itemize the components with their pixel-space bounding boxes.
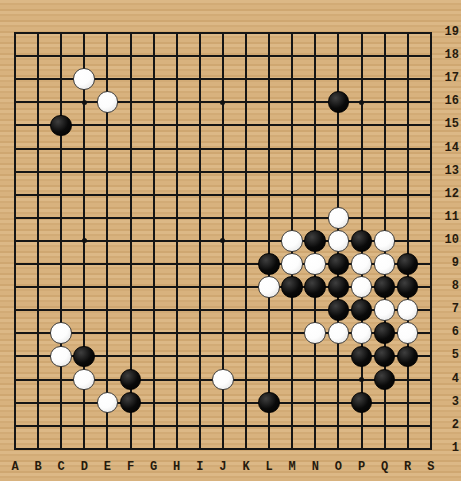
intersection-a5[interactable] (3, 345, 26, 368)
intersection-g12[interactable] (142, 183, 165, 206)
intersection-d4[interactable] (73, 368, 96, 391)
intersection-b14[interactable] (27, 137, 50, 160)
intersection-c11[interactable] (50, 206, 73, 229)
intersection-r13[interactable] (396, 160, 419, 183)
intersection-r16[interactable] (396, 91, 419, 114)
intersection-m19[interactable] (281, 21, 304, 44)
intersection-n13[interactable] (304, 160, 327, 183)
intersection-k14[interactable] (234, 137, 257, 160)
intersection-e8[interactable] (96, 275, 119, 298)
intersection-r17[interactable] (396, 68, 419, 91)
intersection-p13[interactable] (350, 160, 373, 183)
intersection-h3[interactable] (165, 391, 188, 414)
intersection-g14[interactable] (142, 137, 165, 160)
intersection-n19[interactable] (304, 21, 327, 44)
intersection-c18[interactable] (50, 45, 73, 68)
intersection-r3[interactable] (396, 391, 419, 414)
intersection-e9[interactable] (96, 252, 119, 275)
intersection-h12[interactable] (165, 183, 188, 206)
intersection-f11[interactable] (119, 206, 142, 229)
intersection-o4[interactable] (327, 368, 350, 391)
intersection-n1[interactable] (304, 437, 327, 460)
intersection-a1[interactable] (3, 437, 26, 460)
intersection-e17[interactable] (96, 68, 119, 91)
intersection-b3[interactable] (27, 391, 50, 414)
intersection-g9[interactable] (142, 252, 165, 275)
intersection-i6[interactable] (188, 322, 211, 345)
intersection-b6[interactable] (27, 322, 50, 345)
intersection-a3[interactable] (3, 391, 26, 414)
intersection-h7[interactable] (165, 299, 188, 322)
intersection-r7[interactable] (396, 299, 419, 322)
intersection-q2[interactable] (373, 414, 396, 437)
intersection-g2[interactable] (142, 414, 165, 437)
intersection-o17[interactable] (327, 68, 350, 91)
intersection-r15[interactable] (396, 114, 419, 137)
intersection-f2[interactable] (119, 414, 142, 437)
intersection-a8[interactable] (3, 275, 26, 298)
intersection-m17[interactable] (281, 68, 304, 91)
intersection-m18[interactable] (281, 45, 304, 68)
intersection-k6[interactable] (234, 322, 257, 345)
intersection-m4[interactable] (281, 368, 304, 391)
intersection-j4[interactable] (211, 368, 234, 391)
intersection-d16[interactable] (73, 91, 96, 114)
intersection-o19[interactable] (327, 21, 350, 44)
intersection-j17[interactable] (211, 68, 234, 91)
intersection-b4[interactable] (27, 368, 50, 391)
intersection-c15[interactable] (50, 114, 73, 137)
intersection-j8[interactable] (211, 275, 234, 298)
intersection-q10[interactable] (373, 229, 396, 252)
intersection-f17[interactable] (119, 68, 142, 91)
intersection-l1[interactable] (257, 437, 280, 460)
intersection-f8[interactable] (119, 275, 142, 298)
intersection-d19[interactable] (73, 21, 96, 44)
intersection-p7[interactable] (350, 299, 373, 322)
intersection-g17[interactable] (142, 68, 165, 91)
intersection-d1[interactable] (73, 437, 96, 460)
intersection-k9[interactable] (234, 252, 257, 275)
intersection-b19[interactable] (27, 21, 50, 44)
intersection-q1[interactable] (373, 437, 396, 460)
intersection-g19[interactable] (142, 21, 165, 44)
intersection-a6[interactable] (3, 322, 26, 345)
intersection-b2[interactable] (27, 414, 50, 437)
intersection-d12[interactable] (73, 183, 96, 206)
intersection-d2[interactable] (73, 414, 96, 437)
intersection-i10[interactable] (188, 229, 211, 252)
intersection-d6[interactable] (73, 322, 96, 345)
intersection-r2[interactable] (396, 414, 419, 437)
intersection-d13[interactable] (73, 160, 96, 183)
intersection-m9[interactable] (281, 252, 304, 275)
intersection-c5[interactable] (50, 345, 73, 368)
intersection-m10[interactable] (281, 229, 304, 252)
intersection-p15[interactable] (350, 114, 373, 137)
intersection-b11[interactable] (27, 206, 50, 229)
intersection-i15[interactable] (188, 114, 211, 137)
intersection-n3[interactable] (304, 391, 327, 414)
intersection-h9[interactable] (165, 252, 188, 275)
intersection-e19[interactable] (96, 21, 119, 44)
intersection-r18[interactable] (396, 45, 419, 68)
intersection-c3[interactable] (50, 391, 73, 414)
intersection-m14[interactable] (281, 137, 304, 160)
intersection-g15[interactable] (142, 114, 165, 137)
intersection-r8[interactable] (396, 275, 419, 298)
intersection-i3[interactable] (188, 391, 211, 414)
intersection-i11[interactable] (188, 206, 211, 229)
intersection-b12[interactable] (27, 183, 50, 206)
intersection-q14[interactable] (373, 137, 396, 160)
intersection-q3[interactable] (373, 391, 396, 414)
intersection-e14[interactable] (96, 137, 119, 160)
intersection-e7[interactable] (96, 299, 119, 322)
intersection-q15[interactable] (373, 114, 396, 137)
intersection-m5[interactable] (281, 345, 304, 368)
intersection-n2[interactable] (304, 414, 327, 437)
intersection-q11[interactable] (373, 206, 396, 229)
intersection-p9[interactable] (350, 252, 373, 275)
intersection-c16[interactable] (50, 91, 73, 114)
intersection-k5[interactable] (234, 345, 257, 368)
intersection-a14[interactable] (3, 137, 26, 160)
intersection-g11[interactable] (142, 206, 165, 229)
intersection-h13[interactable] (165, 160, 188, 183)
intersection-i19[interactable] (188, 21, 211, 44)
intersection-e16[interactable] (96, 91, 119, 114)
intersection-n8[interactable] (304, 275, 327, 298)
intersection-m6[interactable] (281, 322, 304, 345)
intersection-a17[interactable] (3, 68, 26, 91)
intersection-j3[interactable] (211, 391, 234, 414)
intersection-f4[interactable] (119, 368, 142, 391)
intersection-c8[interactable] (50, 275, 73, 298)
intersection-f18[interactable] (119, 45, 142, 68)
intersection-j19[interactable] (211, 21, 234, 44)
intersection-p17[interactable] (350, 68, 373, 91)
intersection-o18[interactable] (327, 45, 350, 68)
intersection-k12[interactable] (234, 183, 257, 206)
intersection-j7[interactable] (211, 299, 234, 322)
intersection-b9[interactable] (27, 252, 50, 275)
intersection-d18[interactable] (73, 45, 96, 68)
intersection-i12[interactable] (188, 183, 211, 206)
intersection-d17[interactable] (73, 68, 96, 91)
intersection-o10[interactable] (327, 229, 350, 252)
intersection-q19[interactable] (373, 21, 396, 44)
intersection-e18[interactable] (96, 45, 119, 68)
intersection-a10[interactable] (3, 229, 26, 252)
intersection-l17[interactable] (257, 68, 280, 91)
intersection-k19[interactable] (234, 21, 257, 44)
intersection-q9[interactable] (373, 252, 396, 275)
intersection-g10[interactable] (142, 229, 165, 252)
intersection-h1[interactable] (165, 437, 188, 460)
intersection-o5[interactable] (327, 345, 350, 368)
intersection-a2[interactable] (3, 414, 26, 437)
intersection-j10[interactable] (211, 229, 234, 252)
intersection-c13[interactable] (50, 160, 73, 183)
intersection-d9[interactable] (73, 252, 96, 275)
intersection-o13[interactable] (327, 160, 350, 183)
intersection-d5[interactable] (73, 345, 96, 368)
intersection-f5[interactable] (119, 345, 142, 368)
intersection-i8[interactable] (188, 275, 211, 298)
intersection-l8[interactable] (257, 275, 280, 298)
intersection-l16[interactable] (257, 91, 280, 114)
intersection-o11[interactable] (327, 206, 350, 229)
intersection-k11[interactable] (234, 206, 257, 229)
intersection-f12[interactable] (119, 183, 142, 206)
intersection-r1[interactable] (396, 437, 419, 460)
intersection-c17[interactable] (50, 68, 73, 91)
intersection-n15[interactable] (304, 114, 327, 137)
intersection-p2[interactable] (350, 414, 373, 437)
intersection-m16[interactable] (281, 91, 304, 114)
intersection-o9[interactable] (327, 252, 350, 275)
intersection-b13[interactable] (27, 160, 50, 183)
intersection-l9[interactable] (257, 252, 280, 275)
intersection-b10[interactable] (27, 229, 50, 252)
intersection-f10[interactable] (119, 229, 142, 252)
intersection-k8[interactable] (234, 275, 257, 298)
intersection-q5[interactable] (373, 345, 396, 368)
intersection-b1[interactable] (27, 437, 50, 460)
intersection-b17[interactable] (27, 68, 50, 91)
intersection-i17[interactable] (188, 68, 211, 91)
intersection-f3[interactable] (119, 391, 142, 414)
intersection-h19[interactable] (165, 21, 188, 44)
intersection-d3[interactable] (73, 391, 96, 414)
intersection-f7[interactable] (119, 299, 142, 322)
intersection-q7[interactable] (373, 299, 396, 322)
intersection-h17[interactable] (165, 68, 188, 91)
intersection-r4[interactable] (396, 368, 419, 391)
intersection-o16[interactable] (327, 91, 350, 114)
intersection-a13[interactable] (3, 160, 26, 183)
intersection-j12[interactable] (211, 183, 234, 206)
intersection-b5[interactable] (27, 345, 50, 368)
intersection-r6[interactable] (396, 322, 419, 345)
intersection-n9[interactable] (304, 252, 327, 275)
intersection-g16[interactable] (142, 91, 165, 114)
intersection-p5[interactable] (350, 345, 373, 368)
intersection-r12[interactable] (396, 183, 419, 206)
intersection-p6[interactable] (350, 322, 373, 345)
intersection-n12[interactable] (304, 183, 327, 206)
intersection-m8[interactable] (281, 275, 304, 298)
intersection-o14[interactable] (327, 137, 350, 160)
intersection-b7[interactable] (27, 299, 50, 322)
intersection-f16[interactable] (119, 91, 142, 114)
intersection-o3[interactable] (327, 391, 350, 414)
intersection-l18[interactable] (257, 45, 280, 68)
intersection-m12[interactable] (281, 183, 304, 206)
intersection-r11[interactable] (396, 206, 419, 229)
intersection-p16[interactable] (350, 91, 373, 114)
intersection-c12[interactable] (50, 183, 73, 206)
intersection-j11[interactable] (211, 206, 234, 229)
intersection-r14[interactable] (396, 137, 419, 160)
intersection-c19[interactable] (50, 21, 73, 44)
intersection-e1[interactable] (96, 437, 119, 460)
intersection-b8[interactable] (27, 275, 50, 298)
intersection-h18[interactable] (165, 45, 188, 68)
intersection-l3[interactable] (257, 391, 280, 414)
intersection-c4[interactable] (50, 368, 73, 391)
intersection-n14[interactable] (304, 137, 327, 160)
intersection-l4[interactable] (257, 368, 280, 391)
intersection-i1[interactable] (188, 437, 211, 460)
intersection-c14[interactable] (50, 137, 73, 160)
intersection-r10[interactable] (396, 229, 419, 252)
intersection-j14[interactable] (211, 137, 234, 160)
intersection-p10[interactable] (350, 229, 373, 252)
intersection-a18[interactable] (3, 45, 26, 68)
intersection-m3[interactable] (281, 391, 304, 414)
intersection-c2[interactable] (50, 414, 73, 437)
intersection-e2[interactable] (96, 414, 119, 437)
intersection-h2[interactable] (165, 414, 188, 437)
intersection-a9[interactable] (3, 252, 26, 275)
intersection-f15[interactable] (119, 114, 142, 137)
intersection-i16[interactable] (188, 91, 211, 114)
intersection-q13[interactable] (373, 160, 396, 183)
intersection-j15[interactable] (211, 114, 234, 137)
intersection-h4[interactable] (165, 368, 188, 391)
intersection-e6[interactable] (96, 322, 119, 345)
intersection-q6[interactable] (373, 322, 396, 345)
intersection-l12[interactable] (257, 183, 280, 206)
intersection-e5[interactable] (96, 345, 119, 368)
intersection-g6[interactable] (142, 322, 165, 345)
intersection-p3[interactable] (350, 391, 373, 414)
intersection-i13[interactable] (188, 160, 211, 183)
intersection-g1[interactable] (142, 437, 165, 460)
intersection-j6[interactable] (211, 322, 234, 345)
intersection-k16[interactable] (234, 91, 257, 114)
intersection-m2[interactable] (281, 414, 304, 437)
intersection-r5[interactable] (396, 345, 419, 368)
intersection-j5[interactable] (211, 345, 234, 368)
intersection-j1[interactable] (211, 437, 234, 460)
intersection-l10[interactable] (257, 229, 280, 252)
intersection-f9[interactable] (119, 252, 142, 275)
intersection-h8[interactable] (165, 275, 188, 298)
intersection-l11[interactable] (257, 206, 280, 229)
intersection-m15[interactable] (281, 114, 304, 137)
intersection-k7[interactable] (234, 299, 257, 322)
intersection-o15[interactable] (327, 114, 350, 137)
intersection-n7[interactable] (304, 299, 327, 322)
intersection-i2[interactable] (188, 414, 211, 437)
intersection-f1[interactable] (119, 437, 142, 460)
intersection-g13[interactable] (142, 160, 165, 183)
intersection-h6[interactable] (165, 322, 188, 345)
intersection-l15[interactable] (257, 114, 280, 137)
intersection-e13[interactable] (96, 160, 119, 183)
intersection-o12[interactable] (327, 183, 350, 206)
intersection-q18[interactable] (373, 45, 396, 68)
intersection-p14[interactable] (350, 137, 373, 160)
intersection-d10[interactable] (73, 229, 96, 252)
intersection-c10[interactable] (50, 229, 73, 252)
intersection-k2[interactable] (234, 414, 257, 437)
intersection-i7[interactable] (188, 299, 211, 322)
intersection-e10[interactable] (96, 229, 119, 252)
intersection-n18[interactable] (304, 45, 327, 68)
intersection-g8[interactable] (142, 275, 165, 298)
intersection-n17[interactable] (304, 68, 327, 91)
intersection-q8[interactable] (373, 275, 396, 298)
intersection-h5[interactable] (165, 345, 188, 368)
intersection-p8[interactable] (350, 275, 373, 298)
intersection-p11[interactable] (350, 206, 373, 229)
intersection-q4[interactable] (373, 368, 396, 391)
intersection-h11[interactable] (165, 206, 188, 229)
intersection-k17[interactable] (234, 68, 257, 91)
intersection-e15[interactable] (96, 114, 119, 137)
intersection-r9[interactable] (396, 252, 419, 275)
intersection-l19[interactable] (257, 21, 280, 44)
intersection-c6[interactable] (50, 322, 73, 345)
intersection-a4[interactable] (3, 368, 26, 391)
intersection-f14[interactable] (119, 137, 142, 160)
intersection-j16[interactable] (211, 91, 234, 114)
intersection-e3[interactable] (96, 391, 119, 414)
intersection-f19[interactable] (119, 21, 142, 44)
intersection-i18[interactable] (188, 45, 211, 68)
intersection-f6[interactable] (119, 322, 142, 345)
intersection-n10[interactable] (304, 229, 327, 252)
intersection-a7[interactable] (3, 299, 26, 322)
intersection-a15[interactable] (3, 114, 26, 137)
intersection-h16[interactable] (165, 91, 188, 114)
intersection-a16[interactable] (3, 91, 26, 114)
intersection-i9[interactable] (188, 252, 211, 275)
intersection-j9[interactable] (211, 252, 234, 275)
intersection-k1[interactable] (234, 437, 257, 460)
intersection-d8[interactable] (73, 275, 96, 298)
intersection-i14[interactable] (188, 137, 211, 160)
intersection-l13[interactable] (257, 160, 280, 183)
intersection-o7[interactable] (327, 299, 350, 322)
intersection-o2[interactable] (327, 414, 350, 437)
intersection-f13[interactable] (119, 160, 142, 183)
intersection-e4[interactable] (96, 368, 119, 391)
intersection-g3[interactable] (142, 391, 165, 414)
intersection-i5[interactable] (188, 345, 211, 368)
intersection-k3[interactable] (234, 391, 257, 414)
intersection-d14[interactable] (73, 137, 96, 160)
intersection-p12[interactable] (350, 183, 373, 206)
intersection-o8[interactable] (327, 275, 350, 298)
intersection-h14[interactable] (165, 137, 188, 160)
intersection-p4[interactable] (350, 368, 373, 391)
intersection-l7[interactable] (257, 299, 280, 322)
intersection-m1[interactable] (281, 437, 304, 460)
intersection-k4[interactable] (234, 368, 257, 391)
intersection-j13[interactable] (211, 160, 234, 183)
intersection-p19[interactable] (350, 21, 373, 44)
intersection-q17[interactable] (373, 68, 396, 91)
intersection-b15[interactable] (27, 114, 50, 137)
intersection-n11[interactable] (304, 206, 327, 229)
intersection-g7[interactable] (142, 299, 165, 322)
intersection-g5[interactable] (142, 345, 165, 368)
